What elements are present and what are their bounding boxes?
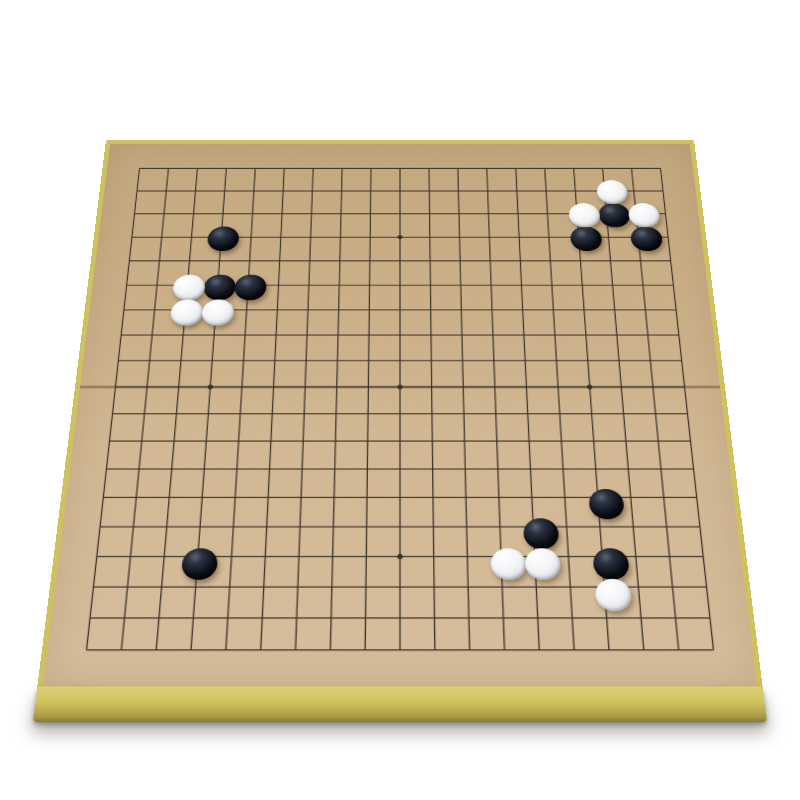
board-frame-edge [33, 686, 767, 722]
go-board[interactable] [37, 140, 764, 691]
board-perspective-wrapper [75, 62, 725, 712]
star-point [397, 554, 403, 559]
star-point [397, 385, 402, 389]
white-stone[interactable] [490, 548, 526, 580]
star-point [587, 385, 593, 389]
black-stone[interactable] [523, 518, 559, 549]
photo-background [0, 0, 800, 800]
star-point [207, 385, 213, 389]
star-point [397, 235, 402, 239]
